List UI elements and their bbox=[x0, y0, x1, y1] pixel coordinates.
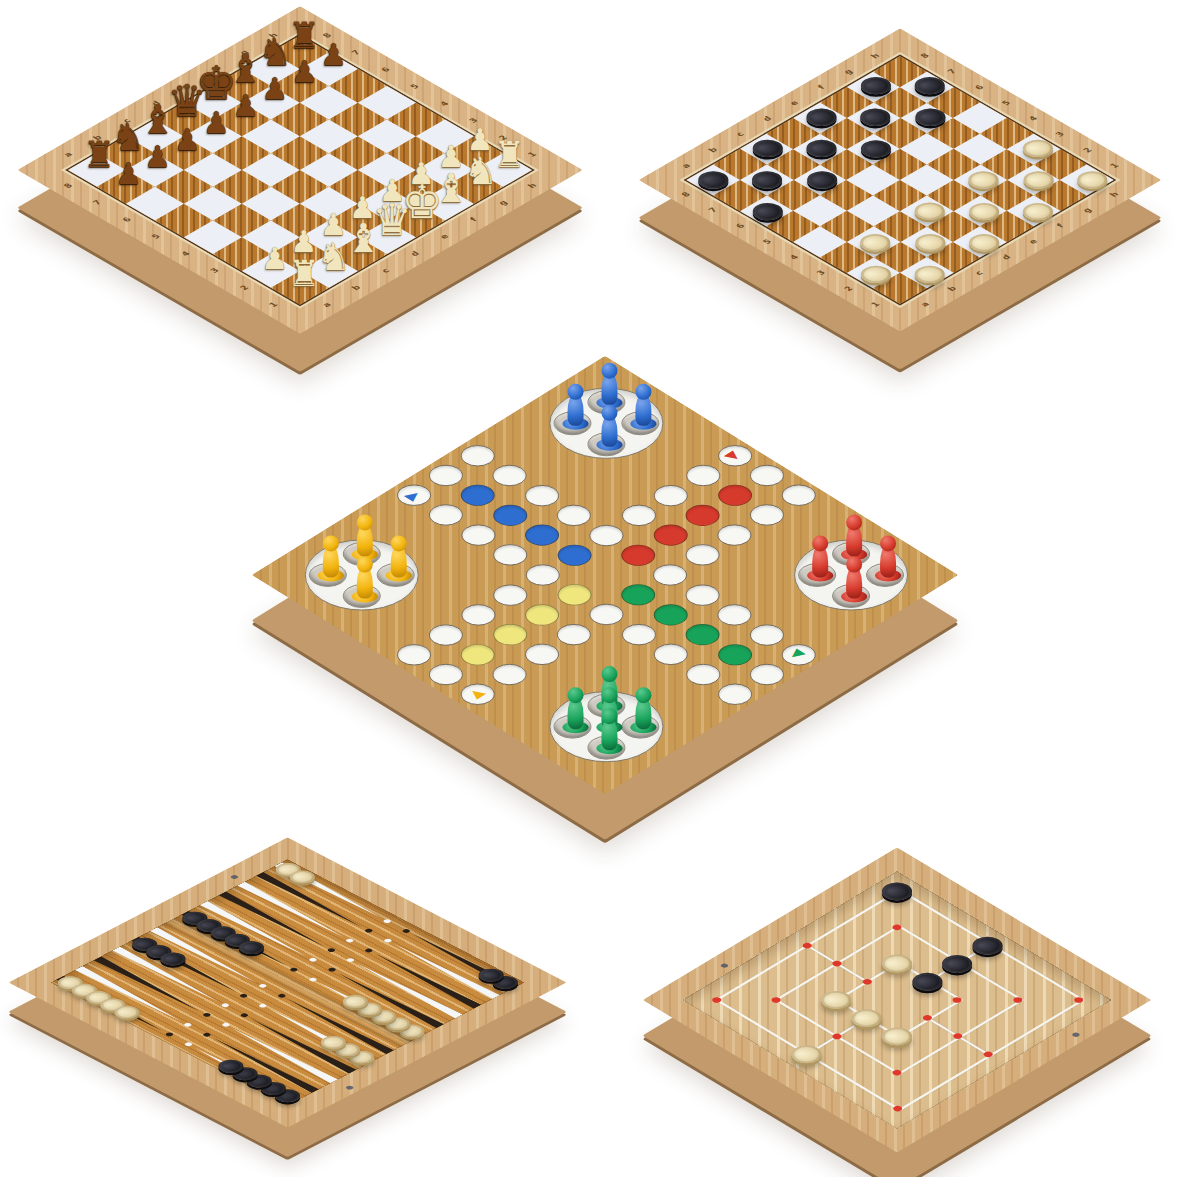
ludo-pawn-yellow[interactable] bbox=[352, 556, 378, 602]
rank-label: 1 bbox=[869, 301, 882, 308]
home-circle-red[interactable] bbox=[615, 540, 663, 570]
point-tip-dot bbox=[220, 1022, 230, 1027]
rank-label: 6 bbox=[120, 216, 133, 223]
home-circle-green[interactable] bbox=[615, 580, 663, 610]
track-circle[interactable] bbox=[679, 540, 727, 570]
file-label: f bbox=[468, 216, 479, 222]
morris-board-surface bbox=[642, 847, 1151, 1152]
rank-label: 5 bbox=[1000, 99, 1013, 106]
ludo-pawn-blue[interactable] bbox=[596, 405, 622, 451]
home-circle-yellow[interactable] bbox=[518, 600, 566, 630]
morris-play-area bbox=[682, 871, 1112, 1129]
point-tip-dot bbox=[258, 1003, 268, 1008]
track-circle[interactable] bbox=[679, 660, 727, 690]
pawn-head bbox=[601, 687, 617, 703]
file-label: e bbox=[788, 99, 801, 106]
file-label: c bbox=[734, 131, 746, 138]
ludo-board-surface: ▶▶▶▶ bbox=[251, 356, 958, 794]
point-tip-dot bbox=[326, 967, 336, 972]
track-circle[interactable] bbox=[647, 640, 695, 670]
track-circle[interactable] bbox=[422, 460, 470, 490]
ludo-board: ▶▶▶▶ bbox=[355, 325, 855, 825]
pawn-head bbox=[568, 384, 584, 400]
file-label: g bbox=[496, 199, 509, 206]
track-circle[interactable] bbox=[711, 520, 759, 550]
rank-label: 7 bbox=[707, 206, 720, 213]
track-circle[interactable] bbox=[422, 500, 470, 530]
checkers-play-area bbox=[684, 55, 1117, 306]
file-label: f bbox=[816, 84, 827, 90]
home-circle-yellow[interactable] bbox=[550, 580, 598, 610]
point-tip-dot bbox=[326, 947, 336, 952]
file-label: a bbox=[320, 301, 333, 308]
rank-label: 4 bbox=[788, 253, 801, 260]
file-label: h bbox=[869, 52, 882, 59]
track-circle[interactable] bbox=[454, 520, 502, 550]
backgammon-bar bbox=[163, 918, 413, 1048]
track-circle[interactable] bbox=[647, 480, 695, 510]
chess-piece-light-rook[interactable]: ♜ bbox=[282, 253, 326, 295]
rank-label: 5 bbox=[408, 83, 421, 90]
nine-mens-morris-board bbox=[717, 820, 1077, 1177]
rank-label: 2 bbox=[238, 284, 251, 291]
home-circle-red[interactable] bbox=[679, 500, 727, 530]
track-circle[interactable] bbox=[486, 540, 534, 570]
backgammon-play-area bbox=[51, 859, 525, 1105]
file-label: h bbox=[526, 182, 539, 189]
point-tip-dot bbox=[289, 967, 299, 972]
ludo-pawn-red[interactable] bbox=[875, 535, 901, 581]
rank-label: 8 bbox=[679, 191, 692, 198]
ludo-pawn-red[interactable] bbox=[807, 535, 833, 581]
point-tip-dot bbox=[307, 957, 317, 962]
rank-label: 6 bbox=[734, 222, 747, 229]
pawn-head bbox=[601, 363, 617, 379]
track-circle[interactable] bbox=[743, 460, 791, 490]
home-circle-green[interactable] bbox=[647, 600, 695, 630]
file-label: d bbox=[1000, 253, 1013, 260]
clasp-dot bbox=[720, 963, 730, 969]
rank-label: 5 bbox=[150, 233, 163, 240]
track-circle[interactable] bbox=[550, 620, 598, 650]
point-tip-dot bbox=[183, 1042, 193, 1047]
ludo-pawn-yellow[interactable] bbox=[386, 535, 412, 581]
point-tip-dot bbox=[382, 918, 392, 923]
file-label: f bbox=[1055, 223, 1066, 229]
pawn-head bbox=[846, 514, 862, 530]
home-circle-yellow[interactable] bbox=[454, 640, 502, 670]
home-circle-blue[interactable] bbox=[486, 500, 534, 530]
track-circle[interactable] bbox=[518, 480, 566, 510]
ludo-pawn-blue[interactable] bbox=[563, 384, 589, 430]
rank-label: 5 bbox=[761, 238, 774, 245]
pawn-head bbox=[635, 687, 651, 703]
home-circle-red[interactable] bbox=[647, 520, 695, 550]
track-circle[interactable] bbox=[486, 580, 534, 610]
rank-label: 2 bbox=[1081, 146, 1094, 153]
home-circle-yellow[interactable] bbox=[486, 620, 534, 650]
pawn-head bbox=[357, 556, 373, 572]
point-tip-dot bbox=[164, 1032, 174, 1037]
file-label: c bbox=[973, 269, 985, 276]
point-tip-dot bbox=[401, 928, 411, 933]
file-label: e bbox=[438, 233, 451, 240]
rank-label: 8 bbox=[918, 52, 931, 59]
point-tip-dot bbox=[308, 977, 318, 982]
clasp-dot bbox=[1071, 1032, 1081, 1038]
chess-board: ♜♞♟♝♟♚♟♛♟♝♟♞♟♟♜♟♟♜♟♟♞♟♝♟♚♟♛♟♝♟♞♜aa88bb77… bbox=[100, 0, 500, 370]
file-label: d bbox=[408, 250, 421, 257]
point-tip-dot bbox=[276, 993, 286, 998]
home-circle-green[interactable] bbox=[711, 640, 759, 670]
file-label: e bbox=[1027, 238, 1040, 245]
checkers-board-surface: aa88bb77cc66dd55ee44ff33gg22hh11 bbox=[638, 28, 1161, 331]
ludo-pawn-green[interactable] bbox=[563, 687, 589, 733]
rank-label: 3 bbox=[208, 267, 221, 274]
track-circle[interactable] bbox=[711, 680, 759, 710]
chess-board-surface: ♜♞♟♝♟♚♟♛♟♝♟♞♟♟♜♟♟♜♟♟♞♟♝♟♚♟♛♟♝♟♞♜aa88bb77… bbox=[17, 6, 583, 334]
ludo-pawn-yellow[interactable] bbox=[352, 514, 378, 560]
file-label: a bbox=[680, 162, 693, 169]
rank-label: 6 bbox=[379, 66, 392, 73]
file-label: b bbox=[945, 285, 958, 292]
pawn-head bbox=[601, 708, 617, 724]
pawn-head bbox=[846, 556, 862, 572]
pawn-head bbox=[568, 687, 584, 703]
point-tip-dot bbox=[383, 938, 393, 943]
point-tip-dot bbox=[183, 1022, 193, 1027]
track-circle[interactable] bbox=[615, 620, 663, 650]
track-circle[interactable] bbox=[518, 640, 566, 670]
clasp-dot bbox=[230, 874, 240, 879]
file-label: g bbox=[842, 68, 855, 75]
clasp-dot bbox=[345, 1085, 355, 1090]
track-circle[interactable] bbox=[615, 500, 663, 530]
track-circle[interactable] bbox=[679, 580, 727, 610]
rank-label: 1 bbox=[267, 301, 280, 308]
pawn-head bbox=[880, 535, 896, 551]
track-circle[interactable] bbox=[775, 480, 823, 510]
point-tip-dot bbox=[239, 993, 249, 998]
rank-label: 8 bbox=[62, 182, 75, 189]
track-circle[interactable] bbox=[390, 640, 438, 670]
track-circle[interactable] bbox=[743, 500, 791, 530]
rank-label: 4 bbox=[1027, 115, 1040, 122]
point-tip-dot bbox=[364, 948, 374, 953]
point-22[interactable] bbox=[231, 879, 354, 943]
track-circle[interactable] bbox=[711, 600, 759, 630]
ludo-pawn-blue[interactable] bbox=[630, 384, 656, 430]
file-label: c bbox=[379, 267, 391, 274]
file-label: d bbox=[761, 115, 774, 122]
point-tip-dot bbox=[220, 1003, 230, 1008]
pawn-head bbox=[391, 535, 407, 551]
point-tip-dot bbox=[202, 1032, 212, 1037]
rank-label: 4 bbox=[438, 100, 451, 107]
home-circle-green[interactable] bbox=[679, 620, 727, 650]
pawn-head bbox=[635, 384, 651, 400]
track-circle[interactable] bbox=[550, 500, 598, 530]
track-circle[interactable] bbox=[454, 441, 502, 471]
file-label: b bbox=[706, 146, 719, 153]
file-label: g bbox=[1081, 206, 1094, 213]
point-tip-dot bbox=[239, 1012, 249, 1017]
home-circle-blue[interactable] bbox=[518, 520, 566, 550]
track-circle[interactable] bbox=[454, 600, 502, 630]
home-circle-blue[interactable] bbox=[550, 540, 598, 570]
file-label: a bbox=[919, 301, 932, 308]
checkers-board: aa88bb77cc66dd55ee44ff33gg22hh11 bbox=[715, 0, 1085, 365]
rank-label: 6 bbox=[973, 83, 986, 90]
home-circle-red[interactable] bbox=[711, 480, 759, 510]
rank-label: 4 bbox=[179, 250, 192, 257]
pawn-head bbox=[601, 666, 617, 682]
track-circle[interactable] bbox=[486, 660, 534, 690]
rank-label: 7 bbox=[946, 68, 959, 75]
track-circle[interactable] bbox=[743, 620, 791, 650]
track-circle[interactable] bbox=[486, 460, 534, 490]
pawn-head bbox=[357, 514, 373, 530]
ludo-pawn-blue[interactable] bbox=[596, 363, 622, 409]
track-circle[interactable] bbox=[582, 520, 630, 550]
point-tip-dot bbox=[363, 928, 373, 933]
ludo-pawn-red[interactable] bbox=[841, 514, 867, 560]
track-circle[interactable] bbox=[422, 620, 470, 650]
point-3[interactable] bbox=[364, 948, 487, 1012]
track-circle[interactable] bbox=[422, 660, 470, 690]
point-tip-dot bbox=[201, 1012, 211, 1017]
track-circle[interactable] bbox=[582, 600, 630, 630]
file-label: h bbox=[1108, 191, 1121, 198]
point-tip-dot bbox=[257, 983, 267, 988]
ludo-pawn-green[interactable] bbox=[630, 687, 656, 733]
rank-label: 3 bbox=[815, 269, 828, 276]
backgammon-board-surface bbox=[8, 837, 567, 1127]
pawn-head bbox=[601, 405, 617, 421]
pawn-head bbox=[812, 535, 828, 551]
point-tip-dot bbox=[345, 957, 355, 962]
rank-label: 7 bbox=[91, 199, 104, 206]
ludo-pawn-yellow[interactable] bbox=[318, 535, 344, 581]
ludo-pawn-red[interactable] bbox=[841, 556, 867, 602]
backgammon-board bbox=[90, 785, 485, 1177]
pawn-head bbox=[323, 535, 339, 551]
point-tip-dot bbox=[345, 938, 355, 943]
file-label: b bbox=[350, 284, 363, 291]
track-circle[interactable] bbox=[679, 460, 727, 490]
track-circle[interactable] bbox=[743, 660, 791, 690]
file-label: a bbox=[62, 151, 75, 158]
track-circle[interactable] bbox=[518, 560, 566, 590]
rank-label: 1 bbox=[1108, 162, 1121, 169]
chess-play-area: ♜♞♟♝♟♚♟♛♟♝♟♞♟♟♜♟♟♜♟♟♞♟♝♟♚♟♛♟♝♟♞♜ bbox=[65, 34, 535, 306]
home-circle-blue[interactable] bbox=[454, 480, 502, 510]
chess-piece-dark-pawn[interactable]: ♟ bbox=[106, 156, 150, 192]
rank-label: 3 bbox=[1054, 131, 1067, 138]
track-circle[interactable] bbox=[647, 560, 695, 590]
rank-label: 2 bbox=[842, 285, 855, 292]
ludo-pawn-green[interactable] bbox=[596, 708, 622, 754]
